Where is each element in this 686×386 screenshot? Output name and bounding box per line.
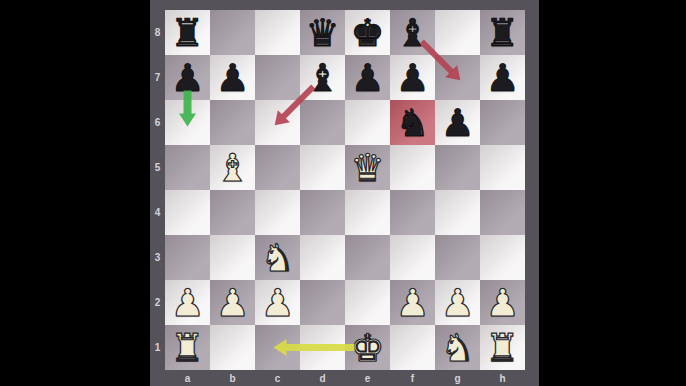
square-f5[interactable] [390,145,435,190]
square-c1[interactable] [255,325,300,370]
square-g8[interactable] [435,10,480,55]
rank-label-3: 3 [150,235,165,280]
square-h1[interactable]: ♜ [480,325,525,370]
square-a4[interactable] [165,190,210,235]
square-h4[interactable] [480,190,525,235]
square-d2[interactable] [300,280,345,325]
square-d8[interactable]: ♛ [300,10,345,55]
square-h5[interactable] [480,145,525,190]
square-a3[interactable] [165,235,210,280]
square-f3[interactable] [390,235,435,280]
file-label-f: f [390,370,435,386]
square-g2[interactable]: ♟ [435,280,480,325]
square-b6[interactable] [210,100,255,145]
white-queen[interactable]: ♛ [345,145,390,190]
square-f2[interactable]: ♟ [390,280,435,325]
square-e6[interactable] [345,100,390,145]
black-bishop[interactable]: ♝ [390,10,435,55]
square-h6[interactable] [480,100,525,145]
square-c2[interactable]: ♟ [255,280,300,325]
black-pawn[interactable]: ♟ [435,100,480,145]
square-f4[interactable] [390,190,435,235]
square-c5[interactable] [255,145,300,190]
square-c3[interactable]: ♞ [255,235,300,280]
square-b2[interactable]: ♟ [210,280,255,325]
white-knight[interactable]: ♞ [255,235,300,280]
square-g5[interactable] [435,145,480,190]
square-b4[interactable] [210,190,255,235]
black-pawn[interactable]: ♟ [165,55,210,100]
black-pawn[interactable]: ♟ [345,55,390,100]
square-h2[interactable]: ♟ [480,280,525,325]
chess-board-frame: 87654321 abcdefgh ♜♛♚♝♜♟♟♝♟♟♟♞♟♝♛♞♟♟♟♟♟♟… [150,0,539,386]
rank-label-5: 5 [150,145,165,190]
rank-label-7: 7 [150,55,165,100]
white-king[interactable]: ♚ [345,325,390,370]
black-knight[interactable]: ♞ [390,100,435,145]
square-g3[interactable] [435,235,480,280]
square-b3[interactable] [210,235,255,280]
square-d3[interactable] [300,235,345,280]
file-label-h: h [480,370,525,386]
square-f7[interactable]: ♟ [390,55,435,100]
square-d6[interactable] [300,100,345,145]
white-bishop[interactable]: ♝ [210,145,255,190]
black-pawn[interactable]: ♟ [210,55,255,100]
white-pawn[interactable]: ♟ [435,280,480,325]
square-h3[interactable] [480,235,525,280]
white-rook[interactable]: ♜ [480,325,525,370]
square-c8[interactable] [255,10,300,55]
square-e7[interactable]: ♟ [345,55,390,100]
square-e3[interactable] [345,235,390,280]
white-pawn[interactable]: ♟ [210,280,255,325]
black-king[interactable]: ♚ [345,10,390,55]
square-d4[interactable] [300,190,345,235]
square-b1[interactable] [210,325,255,370]
white-pawn[interactable]: ♟ [480,280,525,325]
square-h7[interactable]: ♟ [480,55,525,100]
square-d5[interactable] [300,145,345,190]
file-label-b: b [210,370,255,386]
file-label-g: g [435,370,480,386]
black-rook[interactable]: ♜ [480,10,525,55]
white-pawn[interactable]: ♟ [390,280,435,325]
square-e2[interactable] [345,280,390,325]
square-b8[interactable] [210,10,255,55]
square-d1[interactable] [300,325,345,370]
square-g1[interactable]: ♞ [435,325,480,370]
rank-label-8: 8 [150,10,165,55]
square-a8[interactable]: ♜ [165,10,210,55]
rank-label-2: 2 [150,280,165,325]
black-queen[interactable]: ♛ [300,10,345,55]
square-a6[interactable] [165,100,210,145]
square-e4[interactable] [345,190,390,235]
square-c6[interactable] [255,100,300,145]
white-rook[interactable]: ♜ [165,325,210,370]
square-c4[interactable] [255,190,300,235]
black-bishop[interactable]: ♝ [300,55,345,100]
square-g4[interactable] [435,190,480,235]
white-pawn[interactable]: ♟ [165,280,210,325]
rank-label-1: 1 [150,325,165,370]
file-label-e: e [345,370,390,386]
black-rook[interactable]: ♜ [165,10,210,55]
square-f1[interactable] [390,325,435,370]
square-h8[interactable]: ♜ [480,10,525,55]
video-frame: 87654321 abcdefgh ♜♛♚♝♜♟♟♝♟♟♟♞♟♝♛♞♟♟♟♟♟♟… [0,0,686,386]
file-label-d: d [300,370,345,386]
file-label-a: a [165,370,210,386]
square-a2[interactable]: ♟ [165,280,210,325]
chess-board: ♜♛♚♝♜♟♟♝♟♟♟♞♟♝♛♞♟♟♟♟♟♟♜♚♞♜ [165,10,525,370]
file-label-c: c [255,370,300,386]
square-b7[interactable]: ♟ [210,55,255,100]
square-e8[interactable]: ♚ [345,10,390,55]
rank-label-4: 4 [150,190,165,235]
white-knight[interactable]: ♞ [435,325,480,370]
square-f8[interactable]: ♝ [390,10,435,55]
square-a5[interactable] [165,145,210,190]
square-b5[interactable]: ♝ [210,145,255,190]
square-d7[interactable]: ♝ [300,55,345,100]
square-e5[interactable]: ♛ [345,145,390,190]
square-g6[interactable]: ♟ [435,100,480,145]
square-a7[interactable]: ♟ [165,55,210,100]
square-a1[interactable]: ♜ [165,325,210,370]
black-pawn[interactable]: ♟ [480,55,525,100]
rank-label-6: 6 [150,100,165,145]
white-pawn[interactable]: ♟ [255,280,300,325]
black-pawn[interactable]: ♟ [390,55,435,100]
square-g7[interactable] [435,55,480,100]
square-c7[interactable] [255,55,300,100]
square-f6[interactable]: ♞ [390,100,435,145]
square-e1[interactable]: ♚ [345,325,390,370]
